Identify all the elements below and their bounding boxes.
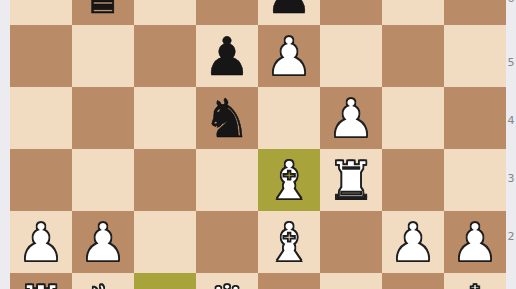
rank-label-2: 2 <box>506 230 516 243</box>
square-f4[interactable]: ♟ <box>320 87 382 149</box>
white-bishop-e2[interactable]: ♝ <box>258 211 320 273</box>
chess-board-view: ♛♟♟♟♞♟♝♜♟♟♝♟♟♜♞♛♚ 65432 <box>0 0 516 289</box>
left-gutter <box>0 0 10 289</box>
square-a1[interactable]: ♜ <box>10 273 72 289</box>
white-pawn-g2[interactable]: ♟ <box>382 211 444 273</box>
square-g2[interactable]: ♟ <box>382 211 444 273</box>
square-h5[interactable] <box>444 25 506 87</box>
square-b4[interactable] <box>72 87 134 149</box>
square-h6[interactable] <box>444 0 506 25</box>
square-a5[interactable] <box>10 25 72 87</box>
square-b3[interactable] <box>72 149 134 211</box>
rank-label-6: 6 <box>506 0 516 5</box>
white-king-h1[interactable]: ♚ <box>444 273 506 289</box>
white-queen-d1[interactable]: ♛ <box>196 273 258 289</box>
square-d1[interactable]: ♛ <box>196 273 258 289</box>
square-h3[interactable] <box>444 149 506 211</box>
square-c2[interactable] <box>134 211 196 273</box>
square-d4[interactable]: ♞ <box>196 87 258 149</box>
white-pawn-a2[interactable]: ♟ <box>10 211 72 273</box>
white-pawn-h2[interactable]: ♟ <box>444 211 506 273</box>
square-a3[interactable] <box>10 149 72 211</box>
square-e6[interactable]: ♟ <box>258 0 320 25</box>
square-f2[interactable] <box>320 211 382 273</box>
square-g6[interactable] <box>382 0 444 25</box>
square-e3[interactable]: ♝ <box>258 149 320 211</box>
square-d6[interactable] <box>196 0 258 25</box>
white-bishop-e3[interactable]: ♝ <box>258 149 320 211</box>
square-e2[interactable]: ♝ <box>258 211 320 273</box>
square-c5[interactable] <box>134 25 196 87</box>
square-d2[interactable] <box>196 211 258 273</box>
square-c1[interactable] <box>134 273 196 289</box>
rank-label-5: 5 <box>506 56 516 69</box>
square-b5[interactable] <box>72 25 134 87</box>
black-pawn-e6[interactable]: ♟ <box>258 0 320 25</box>
white-rook-f3[interactable]: ♜ <box>320 149 382 211</box>
square-c4[interactable] <box>134 87 196 149</box>
white-pawn-e5[interactable]: ♟ <box>258 25 320 87</box>
square-f5[interactable] <box>320 25 382 87</box>
square-a2[interactable]: ♟ <box>10 211 72 273</box>
right-coordinate-strip: 65432 <box>506 0 516 289</box>
square-g1[interactable] <box>382 273 444 289</box>
square-f3[interactable]: ♜ <box>320 149 382 211</box>
square-e4[interactable] <box>258 87 320 149</box>
square-h2[interactable]: ♟ <box>444 211 506 273</box>
square-c6[interactable] <box>134 0 196 25</box>
black-pawn-d5[interactable]: ♟ <box>196 25 258 87</box>
rank-label-3: 3 <box>506 172 516 185</box>
square-g5[interactable] <box>382 25 444 87</box>
square-b1[interactable]: ♞ <box>72 273 134 289</box>
square-d3[interactable] <box>196 149 258 211</box>
black-queen-b6[interactable]: ♛ <box>72 0 134 25</box>
black-knight-d4[interactable]: ♞ <box>196 87 258 149</box>
square-g3[interactable] <box>382 149 444 211</box>
square-h1[interactable]: ♚ <box>444 273 506 289</box>
white-pawn-f4[interactable]: ♟ <box>320 87 382 149</box>
square-c3[interactable] <box>134 149 196 211</box>
square-e5[interactable]: ♟ <box>258 25 320 87</box>
square-f6[interactable] <box>320 0 382 25</box>
square-e1[interactable] <box>258 273 320 289</box>
chess-board: ♛♟♟♟♞♟♝♜♟♟♝♟♟♜♞♛♚ <box>10 0 506 289</box>
white-knight-b1[interactable]: ♞ <box>72 273 134 289</box>
square-b2[interactable]: ♟ <box>72 211 134 273</box>
square-a6[interactable] <box>10 0 72 25</box>
square-b6[interactable]: ♛ <box>72 0 134 25</box>
square-a4[interactable] <box>10 87 72 149</box>
white-rook-a1[interactable]: ♜ <box>10 273 72 289</box>
white-pawn-b2[interactable]: ♟ <box>72 211 134 273</box>
square-g4[interactable] <box>382 87 444 149</box>
rank-label-4: 4 <box>506 114 516 127</box>
square-h4[interactable] <box>444 87 506 149</box>
square-f1[interactable] <box>320 273 382 289</box>
square-d5[interactable]: ♟ <box>196 25 258 87</box>
